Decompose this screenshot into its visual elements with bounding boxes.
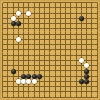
go-board[interactable] [0, 0, 100, 100]
intersection-G4[interactable] [32, 79, 37, 84]
black-stone [79, 16, 84, 21]
black-stone [37, 74, 42, 79]
intersection-T1[interactable] [95, 95, 100, 100]
black-stone [21, 74, 26, 79]
white-stone [16, 11, 21, 16]
black-stone [11, 21, 16, 26]
white-stone [16, 37, 21, 42]
white-stone [16, 79, 21, 84]
intersection-D17[interactable] [16, 11, 21, 16]
black-stone [84, 69, 89, 74]
white-stone [32, 79, 37, 84]
white-stone [11, 16, 16, 21]
black-stone [32, 74, 37, 79]
intersection-H5[interactable] [37, 74, 42, 79]
intersection-C6[interactable] [11, 68, 16, 73]
black-stone [11, 69, 16, 74]
